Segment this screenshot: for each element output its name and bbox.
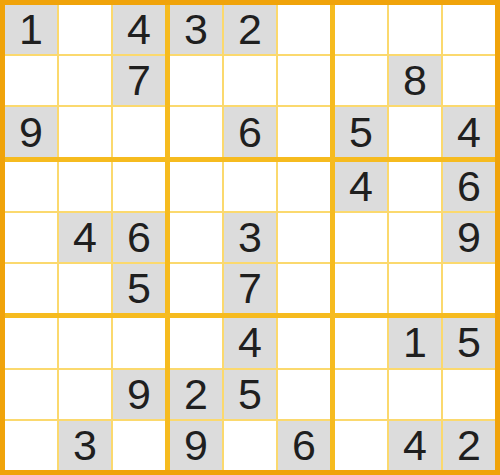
sudoku-box-1-1: 1479 (5, 5, 165, 157)
cell-r4c7: 4 (335, 162, 387, 211)
cell-r1c8[interactable] (389, 5, 441, 54)
cell-r9c8: 4 (389, 421, 441, 470)
cell-r5c1[interactable] (5, 213, 57, 262)
cell-r6c1[interactable] (5, 264, 57, 313)
cell-r8c9[interactable] (443, 370, 495, 419)
cell-r1c9[interactable] (443, 5, 495, 54)
cell-r7c1[interactable] (5, 318, 57, 367)
cell-r9c3[interactable] (113, 421, 165, 470)
cell-r3c5: 6 (224, 107, 276, 156)
cell-r9c5[interactable] (224, 421, 276, 470)
cell-r2c5[interactable] (224, 56, 276, 105)
cell-r4c1[interactable] (5, 162, 57, 211)
sudoku-box-3-2: 42596 (170, 318, 330, 470)
cell-r2c1[interactable] (5, 56, 57, 105)
cell-r8c7[interactable] (335, 370, 387, 419)
cell-r5c8[interactable] (389, 213, 441, 262)
cell-r8c8[interactable] (389, 370, 441, 419)
cell-r2c8: 8 (389, 56, 441, 105)
cell-r6c4[interactable] (170, 264, 222, 313)
sudoku-box-2-2: 37 (170, 162, 330, 314)
cell-r1c3: 4 (113, 5, 165, 54)
cell-r9c9: 2 (443, 421, 495, 470)
cell-r3c3[interactable] (113, 107, 165, 156)
cell-r8c4: 2 (170, 370, 222, 419)
cell-r5c3: 6 (113, 213, 165, 262)
cell-r7c9: 5 (443, 318, 495, 367)
cell-r3c4[interactable] (170, 107, 222, 156)
cell-r7c3[interactable] (113, 318, 165, 367)
cell-r3c2[interactable] (59, 107, 111, 156)
cell-r7c2[interactable] (59, 318, 111, 367)
cell-r1c1: 1 (5, 5, 57, 54)
cell-r3c1: 9 (5, 107, 57, 156)
cell-r6c3: 5 (113, 264, 165, 313)
sudoku-box-1-2: 326 (170, 5, 330, 157)
cell-r6c8[interactable] (389, 264, 441, 313)
cell-r2c2[interactable] (59, 56, 111, 105)
cell-r5c2: 4 (59, 213, 111, 262)
cell-r1c7[interactable] (335, 5, 387, 54)
cell-r6c2[interactable] (59, 264, 111, 313)
cell-r9c4: 9 (170, 421, 222, 470)
cell-r9c7[interactable] (335, 421, 387, 470)
cell-r2c9[interactable] (443, 56, 495, 105)
sudoku-box-3-1: 93 (5, 318, 165, 470)
sudoku-box-2-1: 465 (5, 162, 165, 314)
cell-r7c5: 4 (224, 318, 276, 367)
cell-r4c3[interactable] (113, 162, 165, 211)
cell-r8c5: 5 (224, 370, 276, 419)
cell-r4c9: 6 (443, 162, 495, 211)
cell-r4c5[interactable] (224, 162, 276, 211)
cell-r4c2[interactable] (59, 162, 111, 211)
cell-r8c2[interactable] (59, 370, 111, 419)
cell-r5c9: 9 (443, 213, 495, 262)
cell-r6c7[interactable] (335, 264, 387, 313)
cell-r9c6: 6 (278, 421, 330, 470)
cell-r1c6[interactable] (278, 5, 330, 54)
cell-r7c4[interactable] (170, 318, 222, 367)
cell-r2c3: 7 (113, 56, 165, 105)
sudoku-box-1-3: 854 (335, 5, 495, 157)
cell-r8c3: 9 (113, 370, 165, 419)
sudoku-box-2-3: 469 (335, 162, 495, 314)
cell-r5c4[interactable] (170, 213, 222, 262)
cell-r7c6[interactable] (278, 318, 330, 367)
cell-r5c6[interactable] (278, 213, 330, 262)
sudoku-board: 14793268544653746993425961542 (0, 0, 500, 475)
cell-r9c1[interactable] (5, 421, 57, 470)
cell-r1c2[interactable] (59, 5, 111, 54)
cell-r3c6[interactable] (278, 107, 330, 156)
cell-r4c4[interactable] (170, 162, 222, 211)
cell-r5c7[interactable] (335, 213, 387, 262)
cell-r2c7[interactable] (335, 56, 387, 105)
cell-r7c8: 1 (389, 318, 441, 367)
cell-r9c2: 3 (59, 421, 111, 470)
cell-r4c8[interactable] (389, 162, 441, 211)
cell-r5c5: 3 (224, 213, 276, 262)
cell-r3c9: 4 (443, 107, 495, 156)
cell-r2c4[interactable] (170, 56, 222, 105)
cell-r7c7[interactable] (335, 318, 387, 367)
cell-r2c6[interactable] (278, 56, 330, 105)
cell-r1c4: 3 (170, 5, 222, 54)
cell-r3c8[interactable] (389, 107, 441, 156)
cell-r4c6[interactable] (278, 162, 330, 211)
cell-r6c9[interactable] (443, 264, 495, 313)
cell-r8c6[interactable] (278, 370, 330, 419)
cell-r1c5: 2 (224, 5, 276, 54)
cell-r6c5: 7 (224, 264, 276, 313)
sudoku-box-3-3: 1542 (335, 318, 495, 470)
cell-r6c6[interactable] (278, 264, 330, 313)
cell-r8c1[interactable] (5, 370, 57, 419)
cell-r3c7: 5 (335, 107, 387, 156)
